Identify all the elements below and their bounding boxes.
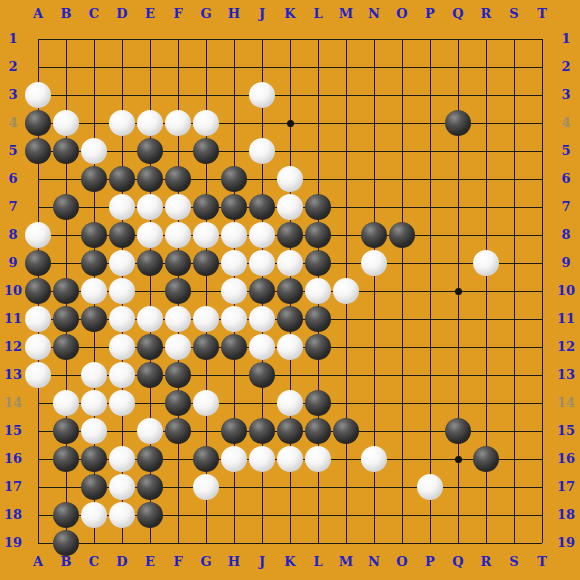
intersection-M13[interactable]	[332, 361, 360, 389]
intersection-Q1[interactable]	[444, 25, 472, 53]
intersection-R11[interactable]	[472, 305, 500, 333]
intersection-N15[interactable]	[360, 417, 388, 445]
intersection-F12[interactable]	[164, 333, 192, 361]
intersection-O16[interactable]	[388, 445, 416, 473]
intersection-B10[interactable]	[52, 277, 80, 305]
intersection-D7[interactable]	[108, 193, 136, 221]
intersection-L8[interactable]	[304, 221, 332, 249]
intersection-L16[interactable]	[304, 445, 332, 473]
intersection-T1[interactable]	[528, 25, 556, 53]
intersection-M18[interactable]	[332, 501, 360, 529]
intersection-D6[interactable]	[108, 165, 136, 193]
intersection-B11[interactable]	[52, 305, 80, 333]
intersection-T10[interactable]	[528, 277, 556, 305]
intersection-N14[interactable]	[360, 389, 388, 417]
intersection-T8[interactable]	[528, 221, 556, 249]
intersection-F14[interactable]	[164, 389, 192, 417]
intersection-E16[interactable]	[136, 445, 164, 473]
intersection-N5[interactable]	[360, 137, 388, 165]
intersection-C6[interactable]	[80, 165, 108, 193]
intersection-P9[interactable]	[416, 249, 444, 277]
intersection-L2[interactable]	[304, 53, 332, 81]
intersection-J15[interactable]	[248, 417, 276, 445]
intersection-H3[interactable]	[220, 81, 248, 109]
intersection-L11[interactable]	[304, 305, 332, 333]
intersection-L3[interactable]	[304, 81, 332, 109]
intersection-A12[interactable]	[24, 333, 52, 361]
intersection-T17[interactable]	[528, 473, 556, 501]
intersection-Q11[interactable]	[444, 305, 472, 333]
intersection-K1[interactable]	[276, 25, 304, 53]
intersection-N16[interactable]	[360, 445, 388, 473]
intersection-C18[interactable]	[80, 501, 108, 529]
intersection-E17[interactable]	[136, 473, 164, 501]
intersection-O3[interactable]	[388, 81, 416, 109]
intersection-D11[interactable]	[108, 305, 136, 333]
intersection-E10[interactable]	[136, 277, 164, 305]
intersection-J6[interactable]	[248, 165, 276, 193]
intersection-D17[interactable]	[108, 473, 136, 501]
intersection-T3[interactable]	[528, 81, 556, 109]
intersection-S5[interactable]	[500, 137, 528, 165]
intersection-B2[interactable]	[52, 53, 80, 81]
intersection-Q5[interactable]	[444, 137, 472, 165]
intersection-R13[interactable]	[472, 361, 500, 389]
intersection-P6[interactable]	[416, 165, 444, 193]
intersection-L1[interactable]	[304, 25, 332, 53]
intersection-H10[interactable]	[220, 277, 248, 305]
intersection-M9[interactable]	[332, 249, 360, 277]
intersection-C14[interactable]	[80, 389, 108, 417]
intersection-P16[interactable]	[416, 445, 444, 473]
intersection-N3[interactable]	[360, 81, 388, 109]
intersection-L4[interactable]	[304, 109, 332, 137]
intersection-F8[interactable]	[164, 221, 192, 249]
intersection-S4[interactable]	[500, 109, 528, 137]
intersection-H1[interactable]	[220, 25, 248, 53]
intersection-C11[interactable]	[80, 305, 108, 333]
intersection-H12[interactable]	[220, 333, 248, 361]
intersection-B5[interactable]	[52, 137, 80, 165]
intersection-L18[interactable]	[304, 501, 332, 529]
intersection-Q12[interactable]	[444, 333, 472, 361]
intersection-G18[interactable]	[192, 501, 220, 529]
intersection-O15[interactable]	[388, 417, 416, 445]
intersection-S15[interactable]	[500, 417, 528, 445]
intersection-G13[interactable]	[192, 361, 220, 389]
intersection-K15[interactable]	[276, 417, 304, 445]
intersection-N1[interactable]	[360, 25, 388, 53]
intersection-P5[interactable]	[416, 137, 444, 165]
intersection-D18[interactable]	[108, 501, 136, 529]
intersection-C9[interactable]	[80, 249, 108, 277]
intersection-J11[interactable]	[248, 305, 276, 333]
intersection-T2[interactable]	[528, 53, 556, 81]
intersection-R9[interactable]	[472, 249, 500, 277]
intersection-G14[interactable]	[192, 389, 220, 417]
intersection-G9[interactable]	[192, 249, 220, 277]
intersection-P8[interactable]	[416, 221, 444, 249]
intersection-R18[interactable]	[472, 501, 500, 529]
intersection-J16[interactable]	[248, 445, 276, 473]
intersection-N7[interactable]	[360, 193, 388, 221]
intersection-M3[interactable]	[332, 81, 360, 109]
intersection-M1[interactable]	[332, 25, 360, 53]
intersection-S18[interactable]	[500, 501, 528, 529]
intersection-A17[interactable]	[24, 473, 52, 501]
intersection-L13[interactable]	[304, 361, 332, 389]
intersection-O8[interactable]	[388, 221, 416, 249]
intersection-K11[interactable]	[276, 305, 304, 333]
intersection-G1[interactable]	[192, 25, 220, 53]
intersection-L12[interactable]	[304, 333, 332, 361]
intersection-K16[interactable]	[276, 445, 304, 473]
intersection-B7[interactable]	[52, 193, 80, 221]
intersection-B15[interactable]	[52, 417, 80, 445]
intersection-K4[interactable]	[276, 109, 304, 137]
intersection-A2[interactable]	[24, 53, 52, 81]
intersection-D5[interactable]	[108, 137, 136, 165]
intersection-G7[interactable]	[192, 193, 220, 221]
intersection-D10[interactable]	[108, 277, 136, 305]
intersection-B14[interactable]	[52, 389, 80, 417]
intersection-J4[interactable]	[248, 109, 276, 137]
intersection-H6[interactable]	[220, 165, 248, 193]
intersection-E13[interactable]	[136, 361, 164, 389]
intersection-G5[interactable]	[192, 137, 220, 165]
intersection-M11[interactable]	[332, 305, 360, 333]
intersection-O4[interactable]	[388, 109, 416, 137]
intersection-P7[interactable]	[416, 193, 444, 221]
intersection-H11[interactable]	[220, 305, 248, 333]
intersection-S11[interactable]	[500, 305, 528, 333]
intersection-H8[interactable]	[220, 221, 248, 249]
intersection-R2[interactable]	[472, 53, 500, 81]
intersection-S6[interactable]	[500, 165, 528, 193]
intersection-C7[interactable]	[80, 193, 108, 221]
intersection-D16[interactable]	[108, 445, 136, 473]
intersection-A1[interactable]	[24, 25, 52, 53]
intersection-K13[interactable]	[276, 361, 304, 389]
intersection-Q17[interactable]	[444, 473, 472, 501]
intersection-G15[interactable]	[192, 417, 220, 445]
intersection-D4[interactable]	[108, 109, 136, 137]
intersection-B16[interactable]	[52, 445, 80, 473]
intersection-N12[interactable]	[360, 333, 388, 361]
intersection-F18[interactable]	[164, 501, 192, 529]
intersection-K2[interactable]	[276, 53, 304, 81]
intersection-B17[interactable]	[52, 473, 80, 501]
intersection-M2[interactable]	[332, 53, 360, 81]
intersection-F11[interactable]	[164, 305, 192, 333]
intersection-P17[interactable]	[416, 473, 444, 501]
intersection-G11[interactable]	[192, 305, 220, 333]
intersection-S2[interactable]	[500, 53, 528, 81]
intersection-J18[interactable]	[248, 501, 276, 529]
intersection-O7[interactable]	[388, 193, 416, 221]
intersection-A11[interactable]	[24, 305, 52, 333]
intersection-P12[interactable]	[416, 333, 444, 361]
intersection-B3[interactable]	[52, 81, 80, 109]
intersection-T6[interactable]	[528, 165, 556, 193]
intersection-J17[interactable]	[248, 473, 276, 501]
intersection-B13[interactable]	[52, 361, 80, 389]
intersection-C17[interactable]	[80, 473, 108, 501]
intersection-Q4[interactable]	[444, 109, 472, 137]
intersection-B1[interactable]	[52, 25, 80, 53]
intersection-K18[interactable]	[276, 501, 304, 529]
intersection-J3[interactable]	[248, 81, 276, 109]
intersection-P14[interactable]	[416, 389, 444, 417]
intersection-E14[interactable]	[136, 389, 164, 417]
intersection-A14[interactable]	[24, 389, 52, 417]
intersection-T18[interactable]	[528, 501, 556, 529]
intersection-A15[interactable]	[24, 417, 52, 445]
intersection-B8[interactable]	[52, 221, 80, 249]
intersection-Q14[interactable]	[444, 389, 472, 417]
intersection-A18[interactable]	[24, 501, 52, 529]
intersection-E11[interactable]	[136, 305, 164, 333]
intersection-A3[interactable]	[24, 81, 52, 109]
intersection-N11[interactable]	[360, 305, 388, 333]
intersection-A7[interactable]	[24, 193, 52, 221]
intersection-E1[interactable]	[136, 25, 164, 53]
intersection-P13[interactable]	[416, 361, 444, 389]
intersection-R16[interactable]	[472, 445, 500, 473]
intersection-E5[interactable]	[136, 137, 164, 165]
intersection-G4[interactable]	[192, 109, 220, 137]
intersection-D9[interactable]	[108, 249, 136, 277]
intersection-J1[interactable]	[248, 25, 276, 53]
intersection-K8[interactable]	[276, 221, 304, 249]
intersection-J13[interactable]	[248, 361, 276, 389]
intersection-F3[interactable]	[164, 81, 192, 109]
intersection-D14[interactable]	[108, 389, 136, 417]
intersection-P3[interactable]	[416, 81, 444, 109]
intersection-T7[interactable]	[528, 193, 556, 221]
intersection-J2[interactable]	[248, 53, 276, 81]
intersection-F7[interactable]	[164, 193, 192, 221]
intersection-G10[interactable]	[192, 277, 220, 305]
intersection-C13[interactable]	[80, 361, 108, 389]
intersection-P1[interactable]	[416, 25, 444, 53]
intersection-F5[interactable]	[164, 137, 192, 165]
intersection-C4[interactable]	[80, 109, 108, 137]
intersection-T9[interactable]	[528, 249, 556, 277]
intersection-Q16[interactable]	[444, 445, 472, 473]
intersection-T4[interactable]	[528, 109, 556, 137]
intersection-H14[interactable]	[220, 389, 248, 417]
intersection-H9[interactable]	[220, 249, 248, 277]
intersection-L17[interactable]	[304, 473, 332, 501]
intersection-F15[interactable]	[164, 417, 192, 445]
intersection-D12[interactable]	[108, 333, 136, 361]
intersection-G6[interactable]	[192, 165, 220, 193]
intersection-H7[interactable]	[220, 193, 248, 221]
intersection-G2[interactable]	[192, 53, 220, 81]
intersection-O11[interactable]	[388, 305, 416, 333]
intersection-E4[interactable]	[136, 109, 164, 137]
intersection-T13[interactable]	[528, 361, 556, 389]
intersection-M15[interactable]	[332, 417, 360, 445]
intersection-G3[interactable]	[192, 81, 220, 109]
intersection-H4[interactable]	[220, 109, 248, 137]
intersection-S17[interactable]	[500, 473, 528, 501]
intersection-N2[interactable]	[360, 53, 388, 81]
intersection-T16[interactable]	[528, 445, 556, 473]
intersection-T14[interactable]	[528, 389, 556, 417]
intersection-B12[interactable]	[52, 333, 80, 361]
intersection-O9[interactable]	[388, 249, 416, 277]
intersection-R5[interactable]	[472, 137, 500, 165]
intersection-R12[interactable]	[472, 333, 500, 361]
intersection-E12[interactable]	[136, 333, 164, 361]
intersection-P15[interactable]	[416, 417, 444, 445]
intersection-C8[interactable]	[80, 221, 108, 249]
intersection-Q18[interactable]	[444, 501, 472, 529]
intersection-O5[interactable]	[388, 137, 416, 165]
intersection-H15[interactable]	[220, 417, 248, 445]
intersection-F4[interactable]	[164, 109, 192, 137]
intersection-D2[interactable]	[108, 53, 136, 81]
intersection-A4[interactable]	[24, 109, 52, 137]
intersection-H5[interactable]	[220, 137, 248, 165]
intersection-D1[interactable]	[108, 25, 136, 53]
intersection-R10[interactable]	[472, 277, 500, 305]
intersection-A6[interactable]	[24, 165, 52, 193]
intersection-K17[interactable]	[276, 473, 304, 501]
intersection-E2[interactable]	[136, 53, 164, 81]
intersection-O2[interactable]	[388, 53, 416, 81]
intersection-O12[interactable]	[388, 333, 416, 361]
intersection-K7[interactable]	[276, 193, 304, 221]
intersection-S9[interactable]	[500, 249, 528, 277]
intersection-C16[interactable]	[80, 445, 108, 473]
intersection-L7[interactable]	[304, 193, 332, 221]
intersection-R8[interactable]	[472, 221, 500, 249]
intersection-E7[interactable]	[136, 193, 164, 221]
intersection-L5[interactable]	[304, 137, 332, 165]
intersection-M8[interactable]	[332, 221, 360, 249]
intersection-M10[interactable]	[332, 277, 360, 305]
intersection-N4[interactable]	[360, 109, 388, 137]
intersection-F13[interactable]	[164, 361, 192, 389]
intersection-J5[interactable]	[248, 137, 276, 165]
intersection-H13[interactable]	[220, 361, 248, 389]
intersection-J8[interactable]	[248, 221, 276, 249]
intersection-Q13[interactable]	[444, 361, 472, 389]
intersection-E18[interactable]	[136, 501, 164, 529]
intersection-Q15[interactable]	[444, 417, 472, 445]
intersection-R4[interactable]	[472, 109, 500, 137]
intersection-E8[interactable]	[136, 221, 164, 249]
intersection-Q10[interactable]	[444, 277, 472, 305]
intersection-F17[interactable]	[164, 473, 192, 501]
intersection-O1[interactable]	[388, 25, 416, 53]
intersection-O18[interactable]	[388, 501, 416, 529]
intersection-K12[interactable]	[276, 333, 304, 361]
intersection-F6[interactable]	[164, 165, 192, 193]
intersection-K10[interactable]	[276, 277, 304, 305]
intersection-K5[interactable]	[276, 137, 304, 165]
intersection-O10[interactable]	[388, 277, 416, 305]
intersection-B6[interactable]	[52, 165, 80, 193]
intersection-R1[interactable]	[472, 25, 500, 53]
intersection-T5[interactable]	[528, 137, 556, 165]
intersection-S13[interactable]	[500, 361, 528, 389]
intersection-M17[interactable]	[332, 473, 360, 501]
intersection-M4[interactable]	[332, 109, 360, 137]
intersection-S10[interactable]	[500, 277, 528, 305]
intersection-R15[interactable]	[472, 417, 500, 445]
intersection-B18[interactable]	[52, 501, 80, 529]
intersection-F10[interactable]	[164, 277, 192, 305]
intersection-H17[interactable]	[220, 473, 248, 501]
intersection-Q6[interactable]	[444, 165, 472, 193]
intersection-G17[interactable]	[192, 473, 220, 501]
intersection-C2[interactable]	[80, 53, 108, 81]
intersection-R17[interactable]	[472, 473, 500, 501]
intersection-J14[interactable]	[248, 389, 276, 417]
intersection-M14[interactable]	[332, 389, 360, 417]
intersection-O6[interactable]	[388, 165, 416, 193]
intersection-Q7[interactable]	[444, 193, 472, 221]
intersection-J9[interactable]	[248, 249, 276, 277]
intersection-F9[interactable]	[164, 249, 192, 277]
intersection-K3[interactable]	[276, 81, 304, 109]
intersection-A10[interactable]	[24, 277, 52, 305]
intersection-N6[interactable]	[360, 165, 388, 193]
intersection-S7[interactable]	[500, 193, 528, 221]
intersection-N17[interactable]	[360, 473, 388, 501]
intersection-O14[interactable]	[388, 389, 416, 417]
intersection-M16[interactable]	[332, 445, 360, 473]
intersection-R7[interactable]	[472, 193, 500, 221]
intersection-C3[interactable]	[80, 81, 108, 109]
intersection-L15[interactable]	[304, 417, 332, 445]
intersection-D13[interactable]	[108, 361, 136, 389]
intersection-R3[interactable]	[472, 81, 500, 109]
intersection-D3[interactable]	[108, 81, 136, 109]
intersection-Q9[interactable]	[444, 249, 472, 277]
intersection-A8[interactable]	[24, 221, 52, 249]
intersection-C5[interactable]	[80, 137, 108, 165]
intersection-C1[interactable]	[80, 25, 108, 53]
intersection-T12[interactable]	[528, 333, 556, 361]
intersection-B9[interactable]	[52, 249, 80, 277]
intersection-G8[interactable]	[192, 221, 220, 249]
intersection-P2[interactable]	[416, 53, 444, 81]
intersection-S14[interactable]	[500, 389, 528, 417]
intersection-C15[interactable]	[80, 417, 108, 445]
intersection-Q2[interactable]	[444, 53, 472, 81]
intersection-L6[interactable]	[304, 165, 332, 193]
intersection-P4[interactable]	[416, 109, 444, 137]
intersection-A9[interactable]	[24, 249, 52, 277]
intersection-K6[interactable]	[276, 165, 304, 193]
intersection-E3[interactable]	[136, 81, 164, 109]
intersection-C10[interactable]	[80, 277, 108, 305]
intersection-H2[interactable]	[220, 53, 248, 81]
intersection-H16[interactable]	[220, 445, 248, 473]
intersection-E15[interactable]	[136, 417, 164, 445]
intersection-P18[interactable]	[416, 501, 444, 529]
intersection-L10[interactable]	[304, 277, 332, 305]
intersection-M5[interactable]	[332, 137, 360, 165]
intersection-A13[interactable]	[24, 361, 52, 389]
intersection-E9[interactable]	[136, 249, 164, 277]
intersection-Q8[interactable]	[444, 221, 472, 249]
